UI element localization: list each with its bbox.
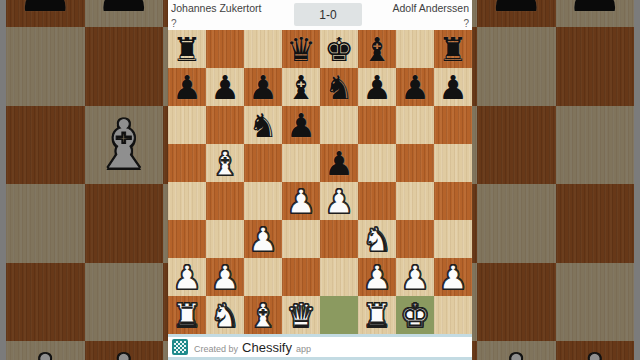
black-king: ♚ [324, 33, 354, 66]
bg-square-b3 [85, 263, 164, 342]
black-pawn: ♟ [15, 0, 76, 22]
black-rook: ♜ [172, 33, 202, 66]
square-d4[interactable]: ♟ [282, 182, 320, 220]
white-pawn: ♟ [15, 346, 76, 360]
bg-square-g6 [477, 27, 556, 106]
square-f8[interactable]: ♝ [358, 30, 396, 68]
square-g3[interactable] [396, 220, 434, 258]
bg-square-h7: ♟ [556, 0, 635, 27]
white-pawn: ♟ [286, 185, 316, 218]
white-knight: ♞ [210, 299, 240, 332]
square-b8[interactable] [206, 30, 244, 68]
white-knight: ♞ [362, 223, 392, 256]
black-pawn: ♟ [486, 0, 547, 22]
square-c8[interactable] [244, 30, 282, 68]
black-pawn: ♟ [362, 71, 392, 104]
black-pawn: ♟ [93, 0, 154, 22]
black-player-name: Adolf Anderssen [393, 2, 469, 14]
square-f7[interactable]: ♟ [358, 68, 396, 106]
square-b4[interactable] [206, 182, 244, 220]
square-g8[interactable] [396, 30, 434, 68]
square-a6[interactable] [168, 106, 206, 144]
square-a2[interactable]: ♟ [168, 258, 206, 296]
white-bishop: ♝ [248, 299, 278, 332]
square-a7[interactable]: ♟ [168, 68, 206, 106]
black-pawn: ♟ [324, 147, 354, 180]
black-pawn: ♟ [210, 71, 240, 104]
white-bishop: ♝ [210, 147, 240, 180]
black-player-rating: ? [463, 18, 469, 29]
game-header: Johannes Zukertort ? 1-0 Adolf Anderssen… [168, 0, 472, 30]
black-rook: ♜ [438, 33, 468, 66]
white-pawn: ♟ [486, 346, 547, 360]
white-pawn: ♟ [400, 261, 430, 294]
white-queen: ♛ [286, 299, 316, 332]
square-c1[interactable]: ♝ [244, 296, 282, 334]
bg-square-a7: ♟ [6, 0, 85, 27]
chessify-brand: Chessify [242, 340, 292, 355]
square-d2[interactable] [282, 258, 320, 296]
white-pawn: ♟ [564, 346, 625, 360]
square-h5[interactable] [434, 144, 472, 182]
square-f4[interactable] [358, 182, 396, 220]
white-pawn: ♟ [93, 346, 154, 360]
black-pawn: ♟ [564, 0, 625, 22]
square-e6[interactable] [320, 106, 358, 144]
square-f1[interactable]: ♜ [358, 296, 396, 334]
square-a1[interactable]: ♜ [168, 296, 206, 334]
bg-square-a3 [6, 263, 85, 342]
bg-square-b7: ♟ [85, 0, 164, 27]
player-white: Johannes Zukertort ? [171, 2, 261, 29]
square-b1[interactable]: ♞ [206, 296, 244, 334]
square-e7[interactable]: ♞ [320, 68, 358, 106]
square-h6[interactable] [434, 106, 472, 144]
square-e2[interactable] [320, 258, 358, 296]
square-a3[interactable] [168, 220, 206, 258]
square-h7[interactable]: ♟ [434, 68, 472, 106]
square-e8[interactable]: ♚ [320, 30, 358, 68]
bg-square-h3 [556, 263, 635, 342]
square-e5[interactable]: ♟ [320, 144, 358, 182]
bg-square-a4 [6, 184, 85, 263]
square-g4[interactable] [396, 182, 434, 220]
square-c6[interactable]: ♞ [244, 106, 282, 144]
square-c7[interactable]: ♟ [244, 68, 282, 106]
screenshot-root: ♜♛♚♝♜♟♟♟♝♞♟♟♟♞♟♝♟♟♟♟♞♟♟♟♟♟♜♞♝♛♜♚ Johanne… [0, 0, 640, 360]
square-h1[interactable] [434, 296, 472, 334]
square-g2[interactable]: ♟ [396, 258, 434, 296]
bg-square-g4 [477, 184, 556, 263]
bg-square-a6 [6, 27, 85, 106]
black-bishop: ♝ [286, 71, 316, 104]
white-pawn: ♟ [172, 261, 202, 294]
black-pawn: ♟ [286, 109, 316, 142]
white-pawn: ♟ [324, 185, 354, 218]
square-h4[interactable] [434, 182, 472, 220]
bg-square-b2: ♟ [85, 341, 164, 360]
white-player-rating: ? [171, 18, 177, 29]
square-a4[interactable] [168, 182, 206, 220]
square-d7[interactable]: ♝ [282, 68, 320, 106]
white-king: ♚ [400, 299, 430, 332]
black-pawn: ♟ [172, 71, 202, 104]
bg-square-h4 [556, 184, 635, 263]
bg-square-b5: ♝ [85, 106, 164, 185]
bg-square-h6 [556, 27, 635, 106]
square-c4[interactable] [244, 182, 282, 220]
bg-square-g7: ♟ [477, 0, 556, 27]
square-b5[interactable]: ♝ [206, 144, 244, 182]
square-e3[interactable] [320, 220, 358, 258]
bg-square-a2: ♟ [6, 341, 85, 360]
bg-square-g3 [477, 263, 556, 342]
black-pawn: ♟ [400, 71, 430, 104]
square-g5[interactable] [396, 144, 434, 182]
bg-square-b6 [85, 27, 164, 106]
white-pawn: ♟ [438, 261, 468, 294]
square-f2[interactable]: ♟ [358, 258, 396, 296]
chess-board: ♜♛♚♝♜♟♟♟♝♞♟♟♟♞♟♝♟♟♟♟♞♟♟♟♟♟♜♞♝♛♜♚ [168, 30, 472, 334]
created-by-label: Created by [194, 344, 238, 354]
square-b3[interactable] [206, 220, 244, 258]
square-g6[interactable] [396, 106, 434, 144]
black-knight: ♞ [248, 109, 278, 142]
square-f5[interactable] [358, 144, 396, 182]
square-a8[interactable]: ♜ [168, 30, 206, 68]
square-g1[interactable]: ♚ [396, 296, 434, 334]
bg-square-a5 [6, 106, 85, 185]
black-queen: ♛ [286, 33, 316, 66]
square-b2[interactable]: ♟ [206, 258, 244, 296]
game-panel: Johannes Zukertort ? 1-0 Adolf Anderssen… [168, 0, 472, 360]
square-d1[interactable]: ♛ [282, 296, 320, 334]
square-h8[interactable]: ♜ [434, 30, 472, 68]
square-d6[interactable]: ♟ [282, 106, 320, 144]
bg-square-h5 [556, 106, 635, 185]
bg-square-h2: ♟ [556, 341, 635, 360]
square-f3[interactable]: ♞ [358, 220, 396, 258]
white-rook: ♜ [362, 299, 392, 332]
chessify-logo-icon [172, 339, 188, 355]
footer: Created by Chessify app [168, 337, 472, 357]
square-h3[interactable] [434, 220, 472, 258]
black-pawn: ♟ [438, 71, 468, 104]
square-b6[interactable] [206, 106, 244, 144]
white-pawn: ♟ [210, 261, 240, 294]
square-d3[interactable] [282, 220, 320, 258]
bg-square-g2: ♟ [477, 341, 556, 360]
white-rook: ♜ [172, 299, 202, 332]
result-badge: 1-0 [294, 3, 362, 26]
bg-square-b4 [85, 184, 164, 263]
square-f6[interactable] [358, 106, 396, 144]
black-bishop: ♝ [362, 33, 392, 66]
white-pawn: ♟ [362, 261, 392, 294]
square-c2[interactable] [244, 258, 282, 296]
square-e4[interactable]: ♟ [320, 182, 358, 220]
square-g7[interactable]: ♟ [396, 68, 434, 106]
white-player-name: Johannes Zukertort [171, 2, 261, 14]
black-knight: ♞ [324, 71, 354, 104]
app-label: app [296, 344, 311, 354]
square-c5[interactable] [244, 144, 282, 182]
square-e1[interactable] [320, 296, 358, 334]
player-black: Adolf Anderssen ? [393, 2, 469, 29]
square-a5[interactable] [168, 144, 206, 182]
black-pawn: ♟ [248, 71, 278, 104]
square-d8[interactable]: ♛ [282, 30, 320, 68]
square-b7[interactable]: ♟ [206, 68, 244, 106]
square-c3[interactable]: ♟ [244, 220, 282, 258]
white-bishop: ♝ [93, 111, 154, 179]
square-h2[interactable]: ♟ [434, 258, 472, 296]
bg-square-g5 [477, 106, 556, 185]
square-d5[interactable] [282, 144, 320, 182]
white-pawn: ♟ [248, 223, 278, 256]
footer-text: Created by Chessify app [194, 340, 311, 355]
